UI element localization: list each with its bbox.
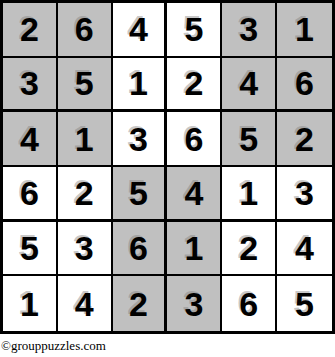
cell-r1c4: 5 — [167, 3, 222, 58]
cell-r2c1: 3 — [3, 58, 58, 113]
cell-r4c5: 1 — [222, 167, 277, 222]
cell-r5c3: 6 — [113, 222, 168, 277]
cell-r2c3: 1 — [113, 58, 168, 113]
cell-r2c6: 6 — [277, 58, 332, 113]
copyright-footer: ©grouppuzzles.com — [1, 338, 106, 354]
cell-r4c2: 2 — [58, 167, 113, 222]
cell-r5c1: 5 — [3, 222, 58, 277]
cell-r5c6: 4 — [277, 222, 332, 277]
cell-r3c2: 1 — [58, 112, 113, 167]
cell-r4c6: 3 — [277, 167, 332, 222]
cell-r1c3: 4 — [113, 3, 168, 58]
copyright-text: ©grouppuzzles.com — [1, 338, 106, 353]
cell-r2c4: 2 — [167, 58, 222, 113]
cell-r1c2: 6 — [58, 3, 113, 58]
cell-r2c5: 4 — [222, 58, 277, 113]
cell-r5c2: 3 — [58, 222, 113, 277]
cell-r1c6: 1 — [277, 3, 332, 58]
cell-r6c5: 6 — [222, 276, 277, 331]
cell-r3c5: 5 — [222, 112, 277, 167]
cell-r4c3: 5 — [113, 167, 168, 222]
cell-r6c4: 3 — [167, 276, 222, 331]
cell-r6c6: 5 — [277, 276, 332, 331]
page: 264531351246413652625413536124142365 ©gr… — [0, 0, 335, 357]
cell-r3c6: 2 — [277, 112, 332, 167]
cell-r6c3: 2 — [113, 276, 168, 331]
cell-r1c5: 3 — [222, 3, 277, 58]
cell-r4c4: 4 — [167, 167, 222, 222]
cell-r1c1: 2 — [3, 3, 58, 58]
cell-r2c2: 5 — [58, 58, 113, 113]
cell-r5c5: 2 — [222, 222, 277, 277]
cell-r4c1: 6 — [3, 167, 58, 222]
cell-r3c1: 4 — [3, 112, 58, 167]
cell-r6c2: 4 — [58, 276, 113, 331]
sudoku-board: 264531351246413652625413536124142365 — [0, 0, 335, 334]
cell-r6c1: 1 — [3, 276, 58, 331]
cell-r5c4: 1 — [167, 222, 222, 277]
cell-r3c4: 6 — [167, 112, 222, 167]
cell-r3c3: 3 — [113, 112, 168, 167]
